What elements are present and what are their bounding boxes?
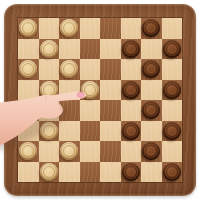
square-a1[interactable] (18, 162, 39, 183)
square-b8[interactable] (39, 18, 60, 39)
square-e2[interactable] (100, 141, 121, 162)
checker-dark-h3[interactable] (163, 122, 181, 140)
checker-light-a8[interactable] (19, 19, 37, 37)
square-h1[interactable] (162, 162, 183, 183)
checker-light-c8[interactable] (60, 19, 78, 37)
checker-light-a2[interactable] (19, 142, 37, 160)
checker-dark-g6[interactable] (142, 60, 160, 78)
checker-light-c6[interactable] (60, 60, 78, 78)
square-a4[interactable] (18, 100, 39, 121)
square-f1[interactable] (121, 162, 142, 183)
square-e1[interactable] (100, 162, 121, 183)
checkers-board (4, 4, 196, 196)
checker-light-b7[interactable] (40, 40, 58, 58)
checker-light-c2[interactable] (60, 142, 78, 160)
checker-light-b3[interactable] (40, 122, 58, 140)
square-h8[interactable] (162, 18, 183, 39)
checker-dark-f5[interactable] (122, 81, 140, 99)
square-c7[interactable] (59, 39, 80, 60)
square-d7[interactable] (80, 39, 101, 60)
square-h7[interactable] (162, 39, 183, 60)
checker-dark-h1[interactable] (163, 163, 181, 181)
checker-light-a6[interactable] (19, 60, 37, 78)
square-c8[interactable] (59, 18, 80, 39)
square-g4[interactable] (141, 100, 162, 121)
square-b6[interactable] (39, 59, 60, 80)
checker-dark-g4[interactable] (142, 101, 160, 119)
square-c5[interactable] (59, 80, 80, 101)
square-g8[interactable] (141, 18, 162, 39)
square-e5[interactable] (100, 80, 121, 101)
square-f5[interactable] (121, 80, 142, 101)
square-a6[interactable] (18, 59, 39, 80)
square-f6[interactable] (121, 59, 142, 80)
square-a5[interactable] (18, 80, 39, 101)
square-a8[interactable] (18, 18, 39, 39)
checker-dark-f7[interactable] (122, 40, 140, 58)
square-e3[interactable] (100, 121, 121, 142)
square-f4[interactable] (121, 100, 142, 121)
square-e4[interactable] (100, 100, 121, 121)
square-f8[interactable] (121, 18, 142, 39)
square-g3[interactable] (141, 121, 162, 142)
square-b2[interactable] (39, 141, 60, 162)
square-g1[interactable] (141, 162, 162, 183)
checker-dark-g2[interactable] (142, 142, 160, 160)
square-c1[interactable] (59, 162, 80, 183)
square-d2[interactable] (80, 141, 101, 162)
square-d1[interactable] (80, 162, 101, 183)
checker-dark-f3[interactable] (122, 122, 140, 140)
square-h5[interactable] (162, 80, 183, 101)
square-c2[interactable] (59, 141, 80, 162)
square-c4[interactable] (59, 100, 80, 121)
square-f7[interactable] (121, 39, 142, 60)
checkers-photo (0, 0, 200, 200)
square-g6[interactable] (141, 59, 162, 80)
square-b5[interactable] (39, 80, 60, 101)
square-h2[interactable] (162, 141, 183, 162)
square-h6[interactable] (162, 59, 183, 80)
square-b3[interactable] (39, 121, 60, 142)
square-d8[interactable] (80, 18, 101, 39)
square-d6[interactable] (80, 59, 101, 80)
square-b4[interactable] (39, 100, 60, 121)
checker-dark-f1[interactable] (122, 163, 140, 181)
square-e7[interactable] (100, 39, 121, 60)
square-f3[interactable] (121, 121, 142, 142)
square-d4[interactable] (80, 100, 101, 121)
square-e6[interactable] (100, 59, 121, 80)
square-g2[interactable] (141, 141, 162, 162)
square-h4[interactable] (162, 100, 183, 121)
checker-dark-h5[interactable] (163, 81, 181, 99)
checker-dark-h7[interactable] (163, 40, 181, 58)
square-d5[interactable] (80, 80, 101, 101)
square-b7[interactable] (39, 39, 60, 60)
board-grid (18, 18, 182, 182)
square-a7[interactable] (18, 39, 39, 60)
square-a2[interactable] (18, 141, 39, 162)
square-b1[interactable] (39, 162, 60, 183)
checker-light-a4[interactable] (19, 101, 37, 119)
square-g5[interactable] (141, 80, 162, 101)
square-e8[interactable] (100, 18, 121, 39)
square-c6[interactable] (59, 59, 80, 80)
square-a3[interactable] (18, 121, 39, 142)
checker-light-d5[interactable] (81, 81, 99, 99)
square-h3[interactable] (162, 121, 183, 142)
square-g7[interactable] (141, 39, 162, 60)
checker-light-b5[interactable] (40, 81, 58, 99)
checker-dark-g8[interactable] (142, 19, 160, 37)
square-d3[interactable] (80, 121, 101, 142)
checker-light-b1[interactable] (40, 163, 58, 181)
square-c3[interactable] (59, 121, 80, 142)
square-f2[interactable] (121, 141, 142, 162)
